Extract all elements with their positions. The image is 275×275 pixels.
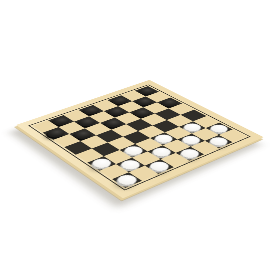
product-photo	[0, 0, 275, 275]
board-grid	[32, 86, 246, 188]
checkers-board	[16, 80, 264, 198]
board-frame	[28, 85, 250, 191]
